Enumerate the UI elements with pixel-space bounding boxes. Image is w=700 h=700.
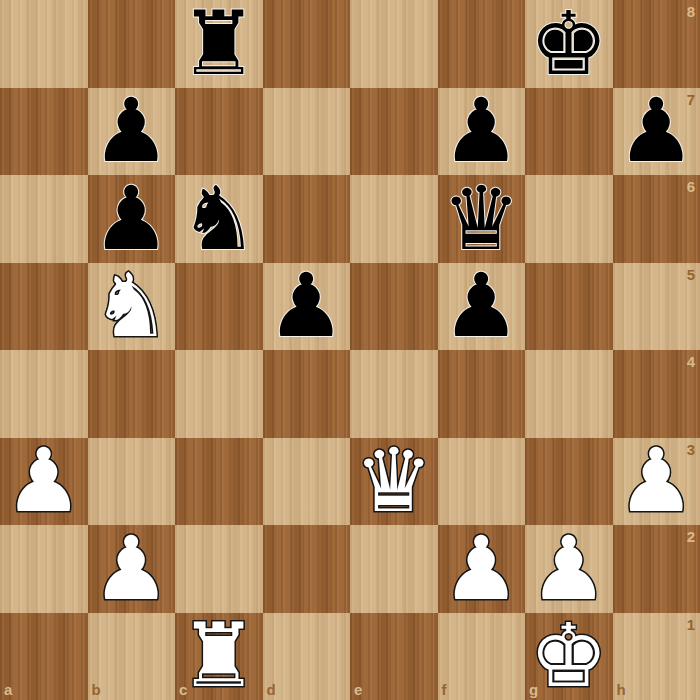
square-f8[interactable]	[438, 0, 526, 88]
square-b2[interactable]: ♟	[88, 525, 176, 613]
piece-black-pawn[interactable]: ♟	[438, 88, 526, 176]
piece-white-king[interactable]: ♚	[525, 613, 613, 700]
square-d6[interactable]	[263, 175, 351, 263]
square-b8[interactable]	[88, 0, 176, 88]
square-f2[interactable]: ♟	[438, 525, 526, 613]
square-b5[interactable]: ♞	[88, 263, 176, 351]
square-d3[interactable]	[263, 438, 351, 526]
square-b6[interactable]: ♟	[88, 175, 176, 263]
square-c7[interactable]	[175, 88, 263, 176]
square-h7[interactable]: 7♟	[613, 88, 700, 176]
square-b3[interactable]	[88, 438, 176, 526]
square-e3[interactable]: ♛	[350, 438, 438, 526]
square-d7[interactable]	[263, 88, 351, 176]
square-e8[interactable]	[350, 0, 438, 88]
square-h5[interactable]: 5	[613, 263, 700, 351]
piece-white-pawn[interactable]: ♟	[613, 438, 700, 526]
square-g8[interactable]: ♚	[525, 0, 613, 88]
rank-label-4: 4	[687, 353, 695, 370]
file-label-e: e	[354, 681, 362, 698]
piece-white-pawn[interactable]: ♟	[525, 525, 613, 613]
square-b7[interactable]: ♟	[88, 88, 176, 176]
square-d8[interactable]	[263, 0, 351, 88]
square-h2[interactable]: 2	[613, 525, 700, 613]
rank-label-2: 2	[687, 528, 695, 545]
square-h3[interactable]: 3♟	[613, 438, 700, 526]
piece-black-pawn[interactable]: ♟	[88, 88, 176, 176]
piece-black-pawn[interactable]: ♟	[438, 263, 526, 351]
file-label-b: b	[92, 681, 101, 698]
piece-white-queen[interactable]: ♛	[350, 438, 438, 526]
square-g2[interactable]: ♟	[525, 525, 613, 613]
square-e4[interactable]	[350, 350, 438, 438]
rank-label-1: 1	[687, 616, 695, 633]
piece-black-rook[interactable]: ♜	[175, 0, 263, 88]
square-b1[interactable]: b	[88, 613, 176, 700]
square-d4[interactable]	[263, 350, 351, 438]
piece-white-knight[interactable]: ♞	[88, 263, 176, 351]
square-d5[interactable]: ♟	[263, 263, 351, 351]
square-d2[interactable]	[263, 525, 351, 613]
square-a8[interactable]	[0, 0, 88, 88]
piece-black-pawn[interactable]: ♟	[613, 88, 700, 176]
piece-white-rook[interactable]: ♜	[175, 613, 263, 700]
square-e6[interactable]	[350, 175, 438, 263]
square-e1[interactable]: e	[350, 613, 438, 700]
piece-black-king[interactable]: ♚	[525, 0, 613, 88]
piece-black-queen[interactable]: ♛	[438, 175, 526, 263]
square-g7[interactable]	[525, 88, 613, 176]
square-h6[interactable]: 6	[613, 175, 700, 263]
square-h1[interactable]: 1h	[613, 613, 700, 700]
square-h8[interactable]: 8	[613, 0, 700, 88]
square-f6[interactable]: ♛	[438, 175, 526, 263]
square-f4[interactable]	[438, 350, 526, 438]
square-a4[interactable]	[0, 350, 88, 438]
square-d1[interactable]: d	[263, 613, 351, 700]
square-c2[interactable]	[175, 525, 263, 613]
piece-white-pawn[interactable]: ♟	[0, 438, 88, 526]
piece-white-pawn[interactable]: ♟	[88, 525, 176, 613]
square-f5[interactable]: ♟	[438, 263, 526, 351]
piece-black-pawn[interactable]: ♟	[88, 175, 176, 263]
square-f7[interactable]: ♟	[438, 88, 526, 176]
square-f3[interactable]	[438, 438, 526, 526]
square-c6[interactable]: ♞	[175, 175, 263, 263]
square-e5[interactable]	[350, 263, 438, 351]
square-g1[interactable]: g♚	[525, 613, 613, 700]
square-h4[interactable]: 4	[613, 350, 700, 438]
square-g6[interactable]	[525, 175, 613, 263]
square-e2[interactable]	[350, 525, 438, 613]
square-g5[interactable]	[525, 263, 613, 351]
square-a6[interactable]	[0, 175, 88, 263]
piece-white-pawn[interactable]: ♟	[438, 525, 526, 613]
square-c1[interactable]: c♜	[175, 613, 263, 700]
square-c4[interactable]	[175, 350, 263, 438]
square-a5[interactable]	[0, 263, 88, 351]
file-label-f: f	[442, 681, 447, 698]
rank-label-6: 6	[687, 178, 695, 195]
square-b4[interactable]	[88, 350, 176, 438]
rank-label-8: 8	[687, 3, 695, 20]
square-a3[interactable]: ♟	[0, 438, 88, 526]
square-f1[interactable]: f	[438, 613, 526, 700]
square-e7[interactable]	[350, 88, 438, 176]
square-g4[interactable]	[525, 350, 613, 438]
square-g3[interactable]	[525, 438, 613, 526]
file-label-a: a	[4, 681, 12, 698]
file-label-h: h	[617, 681, 626, 698]
square-c3[interactable]	[175, 438, 263, 526]
piece-black-knight[interactable]: ♞	[175, 175, 263, 263]
rank-label-5: 5	[687, 266, 695, 283]
file-label-d: d	[267, 681, 276, 698]
square-a7[interactable]	[0, 88, 88, 176]
piece-black-pawn[interactable]: ♟	[263, 263, 351, 351]
chess-board: ♜♚8♟♟7♟♟♞♛6♞♟♟54♟♛3♟♟♟♟2abc♜defg♚1h	[0, 0, 700, 700]
square-c8[interactable]: ♜	[175, 0, 263, 88]
square-a1[interactable]: a	[0, 613, 88, 700]
chess-board-wrapper: ♜♚8♟♟7♟♟♞♛6♞♟♟54♟♛3♟♟♟♟2abc♜defg♚1h	[0, 0, 700, 700]
square-a2[interactable]	[0, 525, 88, 613]
square-c5[interactable]	[175, 263, 263, 351]
